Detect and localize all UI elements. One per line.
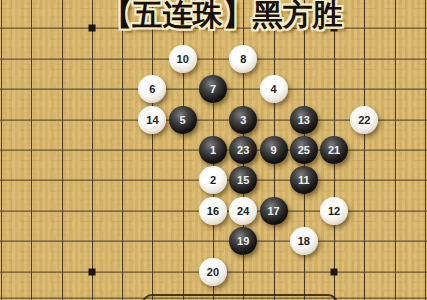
star-point (331, 268, 338, 275)
stone-black-17: 17 (260, 197, 288, 225)
stone-black-23: 23 (229, 136, 257, 164)
stone-white-6: 6 (138, 75, 166, 103)
stone-black-19: 19 (229, 227, 257, 255)
stone-white-8: 8 (229, 45, 257, 73)
stone-white-24: 24 (229, 197, 257, 225)
stone-white-22: 22 (350, 106, 378, 134)
game-result-title: 【五连珠】黑方胜 (103, 0, 343, 36)
bottom-panel (142, 294, 338, 300)
stone-black-25: 25 (290, 136, 318, 164)
gomoku-board[interactable]: 1234567891011121314151617181920212223242… (0, 0, 427, 300)
stone-white-4: 4 (260, 75, 288, 103)
stone-black-1: 1 (199, 136, 227, 164)
stone-white-18: 18 (290, 227, 318, 255)
stone-white-16: 16 (199, 197, 227, 225)
stone-black-7: 7 (199, 75, 227, 103)
gomoku-app-window: 1234567891011121314151617181920212223242… (0, 0, 427, 300)
stone-white-20: 20 (199, 258, 227, 286)
star-point (88, 25, 95, 32)
stone-white-2: 2 (199, 166, 227, 194)
stone-black-15: 15 (229, 166, 257, 194)
stone-black-13: 13 (290, 106, 318, 134)
stone-black-9: 9 (260, 136, 288, 164)
stone-white-12: 12 (320, 197, 348, 225)
stone-white-10: 10 (169, 45, 197, 73)
stone-white-14: 14 (138, 106, 166, 134)
stone-black-5: 5 (169, 106, 197, 134)
stone-black-21: 21 (320, 136, 348, 164)
star-point (88, 268, 95, 275)
stone-black-11: 11 (290, 166, 318, 194)
stone-black-3: 3 (229, 106, 257, 134)
